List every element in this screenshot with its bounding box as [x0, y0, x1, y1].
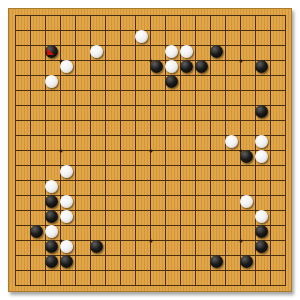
intersection-D13[interactable]: [59, 104, 74, 119]
intersection-B13[interactable]: [29, 104, 44, 119]
intersection-D8[interactable]: [59, 179, 74, 194]
intersection-Q12[interactable]: [239, 119, 254, 134]
intersection-J5[interactable]: [134, 224, 149, 239]
intersection-D17[interactable]: [59, 44, 74, 59]
intersection-F6[interactable]: [89, 209, 104, 224]
intersection-B11[interactable]: [29, 134, 44, 149]
intersection-J14[interactable]: [134, 89, 149, 104]
intersection-C5[interactable]: [44, 224, 59, 239]
intersection-O14[interactable]: [209, 89, 224, 104]
intersection-K10[interactable]: [149, 149, 164, 164]
intersection-J3[interactable]: [134, 254, 149, 269]
intersection-S15[interactable]: [269, 74, 284, 89]
intersection-M11[interactable]: [179, 134, 194, 149]
intersection-E10[interactable]: [74, 149, 89, 164]
intersection-E11[interactable]: [74, 134, 89, 149]
intersection-K11[interactable]: [149, 134, 164, 149]
intersection-H18[interactable]: [119, 29, 134, 44]
intersection-J8[interactable]: [134, 179, 149, 194]
intersection-O12[interactable]: [209, 119, 224, 134]
intersection-G7[interactable]: [104, 194, 119, 209]
intersection-G5[interactable]: [104, 224, 119, 239]
intersection-O3[interactable]: [209, 254, 224, 269]
intersection-J9[interactable]: [134, 164, 149, 179]
intersection-H2[interactable]: [119, 269, 134, 284]
intersection-B1[interactable]: [29, 284, 44, 299]
intersection-F14[interactable]: [89, 89, 104, 104]
intersection-P15[interactable]: [224, 74, 239, 89]
intersection-H3[interactable]: [119, 254, 134, 269]
intersection-L15[interactable]: [164, 74, 179, 89]
intersection-Q2[interactable]: [239, 269, 254, 284]
intersection-E3[interactable]: [74, 254, 89, 269]
intersection-R13[interactable]: [254, 104, 269, 119]
intersection-D11[interactable]: [59, 134, 74, 149]
intersection-J18[interactable]: [134, 29, 149, 44]
intersection-P5[interactable]: [224, 224, 239, 239]
intersection-H12[interactable]: [119, 119, 134, 134]
intersection-F5[interactable]: [89, 224, 104, 239]
intersection-R7[interactable]: [254, 194, 269, 209]
intersection-S19[interactable]: [269, 14, 284, 29]
intersection-B12[interactable]: [29, 119, 44, 134]
intersection-F15[interactable]: [89, 74, 104, 89]
intersection-C16[interactable]: [44, 59, 59, 74]
intersection-T1[interactable]: [284, 284, 299, 299]
intersection-D19[interactable]: [59, 14, 74, 29]
intersection-T5[interactable]: [284, 224, 299, 239]
intersection-M16[interactable]: [179, 59, 194, 74]
intersection-D6[interactable]: [59, 209, 74, 224]
intersection-E18[interactable]: [74, 29, 89, 44]
intersection-H9[interactable]: [119, 164, 134, 179]
intersection-D15[interactable]: [59, 74, 74, 89]
intersection-B2[interactable]: [29, 269, 44, 284]
intersection-L17[interactable]: [164, 44, 179, 59]
intersection-H11[interactable]: [119, 134, 134, 149]
intersection-M6[interactable]: [179, 209, 194, 224]
intersection-Q5[interactable]: [239, 224, 254, 239]
intersection-T17[interactable]: [284, 44, 299, 59]
intersection-S17[interactable]: [269, 44, 284, 59]
intersection-L5[interactable]: [164, 224, 179, 239]
intersection-H19[interactable]: [119, 14, 134, 29]
intersection-H15[interactable]: [119, 74, 134, 89]
intersection-K19[interactable]: [149, 14, 164, 29]
intersection-G12[interactable]: [104, 119, 119, 134]
intersection-F8[interactable]: [89, 179, 104, 194]
intersection-K2[interactable]: [149, 269, 164, 284]
intersection-P16[interactable]: [224, 59, 239, 74]
intersection-E14[interactable]: [74, 89, 89, 104]
intersection-D18[interactable]: [59, 29, 74, 44]
intersection-B5[interactable]: [29, 224, 44, 239]
intersection-M5[interactable]: [179, 224, 194, 239]
intersection-T18[interactable]: [284, 29, 299, 44]
intersection-N3[interactable]: [194, 254, 209, 269]
intersection-J6[interactable]: [134, 209, 149, 224]
intersection-M7[interactable]: [179, 194, 194, 209]
intersection-L8[interactable]: [164, 179, 179, 194]
intersection-Q1[interactable]: [239, 284, 254, 299]
intersection-F12[interactable]: [89, 119, 104, 134]
intersection-N11[interactable]: [194, 134, 209, 149]
intersection-C7[interactable]: [44, 194, 59, 209]
intersection-C18[interactable]: [44, 29, 59, 44]
intersection-B19[interactable]: [29, 14, 44, 29]
intersection-T7[interactable]: [284, 194, 299, 209]
intersection-P8[interactable]: [224, 179, 239, 194]
intersection-S8[interactable]: [269, 179, 284, 194]
intersection-N9[interactable]: [194, 164, 209, 179]
intersection-N13[interactable]: [194, 104, 209, 119]
intersection-J19[interactable]: [134, 14, 149, 29]
intersection-O4[interactable]: [209, 239, 224, 254]
intersection-M10[interactable]: [179, 149, 194, 164]
intersection-Q8[interactable]: [239, 179, 254, 194]
intersection-M2[interactable]: [179, 269, 194, 284]
intersection-N10[interactable]: [194, 149, 209, 164]
intersection-R5[interactable]: [254, 224, 269, 239]
intersection-Q15[interactable]: [239, 74, 254, 89]
intersection-J17[interactable]: [134, 44, 149, 59]
intersection-E16[interactable]: [74, 59, 89, 74]
intersection-S12[interactable]: [269, 119, 284, 134]
intersection-A10[interactable]: [14, 149, 29, 164]
intersection-C3[interactable]: [44, 254, 59, 269]
intersection-E15[interactable]: [74, 74, 89, 89]
intersection-N2[interactable]: [194, 269, 209, 284]
intersection-P3[interactable]: [224, 254, 239, 269]
intersection-G6[interactable]: [104, 209, 119, 224]
intersection-O16[interactable]: [209, 59, 224, 74]
intersection-T19[interactable]: [284, 14, 299, 29]
intersection-P13[interactable]: [224, 104, 239, 119]
intersection-D14[interactable]: [59, 89, 74, 104]
intersection-M17[interactable]: [179, 44, 194, 59]
intersection-O5[interactable]: [209, 224, 224, 239]
intersection-O7[interactable]: [209, 194, 224, 209]
intersection-R12[interactable]: [254, 119, 269, 134]
intersection-J7[interactable]: [134, 194, 149, 209]
intersection-H5[interactable]: [119, 224, 134, 239]
intersection-K9[interactable]: [149, 164, 164, 179]
intersection-J16[interactable]: [134, 59, 149, 74]
intersection-E1[interactable]: [74, 284, 89, 299]
intersection-F11[interactable]: [89, 134, 104, 149]
intersection-K1[interactable]: [149, 284, 164, 299]
intersection-P14[interactable]: [224, 89, 239, 104]
intersection-T2[interactable]: [284, 269, 299, 284]
intersection-A12[interactable]: [14, 119, 29, 134]
intersection-E6[interactable]: [74, 209, 89, 224]
intersection-R17[interactable]: [254, 44, 269, 59]
intersection-T4[interactable]: [284, 239, 299, 254]
intersection-D4[interactable]: [59, 239, 74, 254]
intersection-T15[interactable]: [284, 74, 299, 89]
intersection-B14[interactable]: [29, 89, 44, 104]
intersection-S16[interactable]: [269, 59, 284, 74]
intersection-F7[interactable]: [89, 194, 104, 209]
intersection-J10[interactable]: [134, 149, 149, 164]
intersection-S3[interactable]: [269, 254, 284, 269]
intersection-L13[interactable]: [164, 104, 179, 119]
intersection-K16[interactable]: [149, 59, 164, 74]
intersection-L19[interactable]: [164, 14, 179, 29]
intersection-D9[interactable]: [59, 164, 74, 179]
intersection-N6[interactable]: [194, 209, 209, 224]
intersection-N12[interactable]: [194, 119, 209, 134]
intersection-J12[interactable]: [134, 119, 149, 134]
intersection-C19[interactable]: [44, 14, 59, 29]
intersection-R14[interactable]: [254, 89, 269, 104]
intersection-H13[interactable]: [119, 104, 134, 119]
intersection-Q6[interactable]: [239, 209, 254, 224]
intersection-R9[interactable]: [254, 164, 269, 179]
intersection-D12[interactable]: [59, 119, 74, 134]
intersection-A17[interactable]: [14, 44, 29, 59]
intersection-G8[interactable]: [104, 179, 119, 194]
intersection-S1[interactable]: [269, 284, 284, 299]
intersection-Q4[interactable]: [239, 239, 254, 254]
intersection-L6[interactable]: [164, 209, 179, 224]
intersection-L9[interactable]: [164, 164, 179, 179]
intersection-T12[interactable]: [284, 119, 299, 134]
intersection-E2[interactable]: [74, 269, 89, 284]
intersection-N18[interactable]: [194, 29, 209, 44]
intersection-S6[interactable]: [269, 209, 284, 224]
intersection-E19[interactable]: [74, 14, 89, 29]
intersection-K12[interactable]: [149, 119, 164, 134]
intersection-A1[interactable]: [14, 284, 29, 299]
intersection-T11[interactable]: [284, 134, 299, 149]
intersection-D7[interactable]: [59, 194, 74, 209]
intersection-G19[interactable]: [104, 14, 119, 29]
intersection-H14[interactable]: [119, 89, 134, 104]
intersection-G1[interactable]: [104, 284, 119, 299]
intersection-A2[interactable]: [14, 269, 29, 284]
intersection-D16[interactable]: [59, 59, 74, 74]
intersection-E17[interactable]: [74, 44, 89, 59]
intersection-O18[interactable]: [209, 29, 224, 44]
intersection-Q10[interactable]: [239, 149, 254, 164]
intersection-T13[interactable]: [284, 104, 299, 119]
intersection-A15[interactable]: [14, 74, 29, 89]
intersection-A5[interactable]: [14, 224, 29, 239]
intersection-G14[interactable]: [104, 89, 119, 104]
intersection-P1[interactable]: [224, 284, 239, 299]
intersection-N5[interactable]: [194, 224, 209, 239]
intersection-O17[interactable]: [209, 44, 224, 59]
intersection-S7[interactable]: [269, 194, 284, 209]
intersection-D10[interactable]: [59, 149, 74, 164]
intersection-P4[interactable]: [224, 239, 239, 254]
intersection-O10[interactable]: [209, 149, 224, 164]
intersection-G18[interactable]: [104, 29, 119, 44]
intersection-F2[interactable]: [89, 269, 104, 284]
intersection-B18[interactable]: [29, 29, 44, 44]
intersection-A6[interactable]: [14, 209, 29, 224]
intersection-P19[interactable]: [224, 14, 239, 29]
intersection-A3[interactable]: [14, 254, 29, 269]
intersection-B16[interactable]: [29, 59, 44, 74]
intersection-C14[interactable]: [44, 89, 59, 104]
intersection-R4[interactable]: [254, 239, 269, 254]
intersection-P7[interactable]: [224, 194, 239, 209]
intersection-T3[interactable]: [284, 254, 299, 269]
intersection-K6[interactable]: [149, 209, 164, 224]
intersection-F4[interactable]: [89, 239, 104, 254]
intersection-Q13[interactable]: [239, 104, 254, 119]
intersection-M12[interactable]: [179, 119, 194, 134]
intersection-B8[interactable]: [29, 179, 44, 194]
intersection-N1[interactable]: [194, 284, 209, 299]
intersection-Q3[interactable]: [239, 254, 254, 269]
intersection-F3[interactable]: [89, 254, 104, 269]
intersection-H10[interactable]: [119, 149, 134, 164]
intersection-T8[interactable]: [284, 179, 299, 194]
intersection-F16[interactable]: [89, 59, 104, 74]
intersection-Q19[interactable]: [239, 14, 254, 29]
intersection-R10[interactable]: [254, 149, 269, 164]
intersection-G3[interactable]: [104, 254, 119, 269]
intersection-O1[interactable]: [209, 284, 224, 299]
intersection-H7[interactable]: [119, 194, 134, 209]
intersection-L16[interactable]: [164, 59, 179, 74]
intersection-M19[interactable]: [179, 14, 194, 29]
intersection-K5[interactable]: [149, 224, 164, 239]
intersection-M18[interactable]: [179, 29, 194, 44]
intersection-O6[interactable]: [209, 209, 224, 224]
intersection-G4[interactable]: [104, 239, 119, 254]
intersection-E4[interactable]: [74, 239, 89, 254]
intersection-T16[interactable]: [284, 59, 299, 74]
intersection-C9[interactable]: [44, 164, 59, 179]
intersection-Q16[interactable]: [239, 59, 254, 74]
intersection-C12[interactable]: [44, 119, 59, 134]
intersection-Q9[interactable]: [239, 164, 254, 179]
intersection-R11[interactable]: [254, 134, 269, 149]
intersection-S18[interactable]: [269, 29, 284, 44]
intersection-K3[interactable]: [149, 254, 164, 269]
intersection-P9[interactable]: [224, 164, 239, 179]
intersection-G13[interactable]: [104, 104, 119, 119]
intersection-P17[interactable]: [224, 44, 239, 59]
intersection-S9[interactable]: [269, 164, 284, 179]
intersection-K15[interactable]: [149, 74, 164, 89]
intersection-R8[interactable]: [254, 179, 269, 194]
intersection-G16[interactable]: [104, 59, 119, 74]
intersection-M4[interactable]: [179, 239, 194, 254]
intersection-E13[interactable]: [74, 104, 89, 119]
intersection-C17[interactable]: [44, 44, 59, 59]
intersection-H8[interactable]: [119, 179, 134, 194]
intersection-S5[interactable]: [269, 224, 284, 239]
intersection-D2[interactable]: [59, 269, 74, 284]
intersection-G9[interactable]: [104, 164, 119, 179]
intersection-L18[interactable]: [164, 29, 179, 44]
intersection-C1[interactable]: [44, 284, 59, 299]
intersection-N19[interactable]: [194, 14, 209, 29]
intersection-H6[interactable]: [119, 209, 134, 224]
intersection-A13[interactable]: [14, 104, 29, 119]
intersection-C15[interactable]: [44, 74, 59, 89]
intersection-L14[interactable]: [164, 89, 179, 104]
intersection-D3[interactable]: [59, 254, 74, 269]
intersection-Q7[interactable]: [239, 194, 254, 209]
intersection-K8[interactable]: [149, 179, 164, 194]
intersection-P10[interactable]: [224, 149, 239, 164]
intersection-F13[interactable]: [89, 104, 104, 119]
intersection-T6[interactable]: [284, 209, 299, 224]
intersection-L2[interactable]: [164, 269, 179, 284]
intersection-E9[interactable]: [74, 164, 89, 179]
intersection-J4[interactable]: [134, 239, 149, 254]
intersection-K17[interactable]: [149, 44, 164, 59]
intersection-B10[interactable]: [29, 149, 44, 164]
intersection-B15[interactable]: [29, 74, 44, 89]
intersection-H1[interactable]: [119, 284, 134, 299]
intersection-T10[interactable]: [284, 149, 299, 164]
intersection-O9[interactable]: [209, 164, 224, 179]
intersection-S2[interactable]: [269, 269, 284, 284]
intersection-G17[interactable]: [104, 44, 119, 59]
intersection-A8[interactable]: [14, 179, 29, 194]
intersection-R6[interactable]: [254, 209, 269, 224]
intersection-G10[interactable]: [104, 149, 119, 164]
intersection-L1[interactable]: [164, 284, 179, 299]
intersection-C4[interactable]: [44, 239, 59, 254]
intersection-Q14[interactable]: [239, 89, 254, 104]
intersection-Q18[interactable]: [239, 29, 254, 44]
intersection-M9[interactable]: [179, 164, 194, 179]
intersection-R18[interactable]: [254, 29, 269, 44]
intersection-A4[interactable]: [14, 239, 29, 254]
intersection-M1[interactable]: [179, 284, 194, 299]
intersection-D1[interactable]: [59, 284, 74, 299]
intersection-J11[interactable]: [134, 134, 149, 149]
intersection-K18[interactable]: [149, 29, 164, 44]
intersection-G2[interactable]: [104, 269, 119, 284]
intersection-C6[interactable]: [44, 209, 59, 224]
intersection-C13[interactable]: [44, 104, 59, 119]
intersection-P2[interactable]: [224, 269, 239, 284]
intersection-S11[interactable]: [269, 134, 284, 149]
intersection-F18[interactable]: [89, 29, 104, 44]
intersection-C10[interactable]: [44, 149, 59, 164]
intersection-L12[interactable]: [164, 119, 179, 134]
intersection-F10[interactable]: [89, 149, 104, 164]
intersection-L11[interactable]: [164, 134, 179, 149]
intersection-T14[interactable]: [284, 89, 299, 104]
intersection-B9[interactable]: [29, 164, 44, 179]
intersection-H17[interactable]: [119, 44, 134, 59]
intersection-N15[interactable]: [194, 74, 209, 89]
intersection-L10[interactable]: [164, 149, 179, 164]
intersection-B7[interactable]: [29, 194, 44, 209]
intersection-H4[interactable]: [119, 239, 134, 254]
intersection-D5[interactable]: [59, 224, 74, 239]
intersection-M8[interactable]: [179, 179, 194, 194]
intersection-N16[interactable]: [194, 59, 209, 74]
intersection-Q11[interactable]: [239, 134, 254, 149]
intersection-A18[interactable]: [14, 29, 29, 44]
intersection-O15[interactable]: [209, 74, 224, 89]
intersection-A11[interactable]: [14, 134, 29, 149]
intersection-O11[interactable]: [209, 134, 224, 149]
intersection-N17[interactable]: [194, 44, 209, 59]
intersection-N7[interactable]: [194, 194, 209, 209]
